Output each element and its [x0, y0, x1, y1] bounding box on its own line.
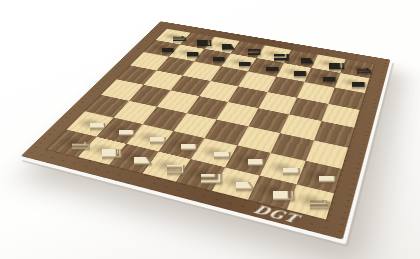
- board-grid: ♜♞♝♛♚♝♞♜♟♟♟♟♟♟♟♟♟♟♟♟♟♟♟♟♜♞♝♛♚♝♞♜: [47, 29, 374, 220]
- photo-background: ♜♞♝♛♚♝♞♜♟♟♟♟♟♟♟♟♟♟♟♟♟♟♟♟♜♞♝♛♚♝♞♜ DGT: [0, 0, 420, 259]
- chessboard: ♜♞♝♛♚♝♞♜♟♟♟♟♟♟♟♟♟♟♟♟♟♟♟♟♜♞♝♛♚♝♞♜ DGT: [21, 21, 390, 239]
